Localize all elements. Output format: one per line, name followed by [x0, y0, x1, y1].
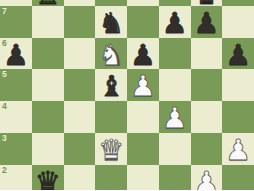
square-e3[interactable]	[127, 133, 159, 165]
white-pawn-h3[interactable]: ♟	[222, 135, 254, 167]
white-pawn-f4[interactable]: ♟	[159, 103, 191, 135]
rank-label-4: 4	[2, 102, 7, 111]
square-f6[interactable]	[159, 38, 191, 70]
square-a7[interactable]: 7	[0, 6, 32, 38]
square-a3[interactable]: 3	[0, 133, 32, 165]
square-g7[interactable]: ♟	[191, 6, 223, 38]
black-pawn-g7[interactable]: ♟	[191, 8, 223, 40]
square-e2[interactable]	[127, 165, 159, 191]
square-f7[interactable]: ♟	[159, 6, 191, 38]
square-e6[interactable]: ♟	[127, 38, 159, 70]
square-f5[interactable]	[159, 69, 191, 101]
square-c2[interactable]	[64, 165, 96, 191]
square-e7[interactable]	[127, 6, 159, 38]
square-h4[interactable]	[222, 101, 254, 133]
rank-label-5: 5	[2, 70, 7, 79]
white-pawn-e5[interactable]: ♟	[127, 71, 159, 103]
square-c6[interactable]	[64, 38, 96, 70]
square-g4[interactable]	[191, 101, 223, 133]
square-b6[interactable]	[32, 38, 64, 70]
square-a4[interactable]: 4	[0, 101, 32, 133]
white-pawn-g2[interactable]: ♟	[191, 167, 223, 191]
square-c3[interactable]	[64, 133, 96, 165]
black-pawn-a6[interactable]: ♟	[0, 40, 32, 72]
rank-label-3: 3	[2, 134, 7, 143]
rank-label-7: 7	[2, 7, 7, 16]
square-c5[interactable]	[64, 69, 96, 101]
square-g3[interactable]	[191, 133, 223, 165]
black-knight-d7[interactable]: ♞	[95, 8, 127, 40]
square-a2[interactable]: 2	[0, 165, 32, 191]
square-b2[interactable]: ♛	[32, 165, 64, 191]
chess-board: 8♜♚7♞♟♟6♟♞♟♟5♝♟4♟3♛♟2♛♟1	[0, 0, 254, 190]
square-d4[interactable]	[95, 101, 127, 133]
square-d7[interactable]: ♞	[95, 6, 127, 38]
square-d5[interactable]: ♝	[95, 69, 127, 101]
square-g5[interactable]	[191, 69, 223, 101]
square-f3[interactable]	[159, 133, 191, 165]
black-pawn-f7[interactable]: ♟	[159, 8, 191, 40]
square-h3[interactable]: ♟	[222, 133, 254, 165]
square-c7[interactable]	[64, 6, 96, 38]
square-f2[interactable]	[159, 165, 191, 191]
square-e5[interactable]: ♟	[127, 69, 159, 101]
chessboard-viewport: 8♜♚7♞♟♟6♟♞♟♟5♝♟4♟3♛♟2♛♟1	[0, 0, 254, 190]
square-b3[interactable]	[32, 133, 64, 165]
square-b5[interactable]	[32, 69, 64, 101]
square-b4[interactable]	[32, 101, 64, 133]
rank-label-2: 2	[2, 166, 7, 175]
white-queen-d3[interactable]: ♛	[95, 135, 127, 167]
black-pawn-e6[interactable]: ♟	[127, 40, 159, 72]
square-h7[interactable]	[222, 6, 254, 38]
square-a6[interactable]: 6♟	[0, 38, 32, 70]
square-c4[interactable]	[64, 101, 96, 133]
square-g6[interactable]	[191, 38, 223, 70]
white-knight-d6[interactable]: ♞	[95, 40, 127, 72]
square-e4[interactable]	[127, 101, 159, 133]
square-b7[interactable]	[32, 6, 64, 38]
black-pawn-h6[interactable]: ♟	[222, 40, 254, 72]
black-bishop-d5[interactable]: ♝	[95, 71, 127, 103]
square-a5[interactable]: 5	[0, 69, 32, 101]
square-d3[interactable]: ♛	[95, 133, 127, 165]
square-f4[interactable]: ♟	[159, 101, 191, 133]
square-h5[interactable]	[222, 69, 254, 101]
black-queen-b2[interactable]: ♛	[32, 167, 64, 191]
square-h6[interactable]: ♟	[222, 38, 254, 70]
square-g2[interactable]: ♟	[191, 165, 223, 191]
square-d2[interactable]	[95, 165, 127, 191]
square-d6[interactable]: ♞	[95, 38, 127, 70]
square-h2[interactable]	[222, 165, 254, 191]
